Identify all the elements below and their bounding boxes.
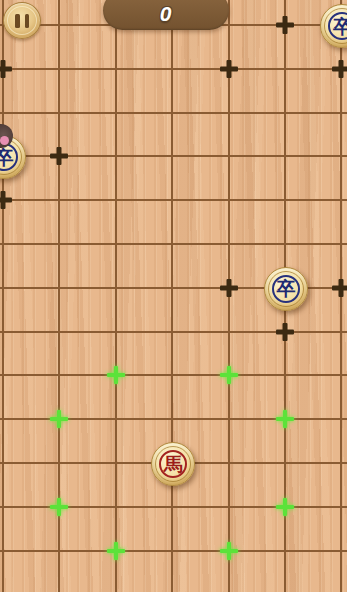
piece-character: 卒	[265, 268, 307, 310]
horse-move-target[interactable]	[275, 497, 295, 517]
soldier-move-marker	[275, 15, 295, 35]
grid-vertical-line	[2, 0, 4, 592]
black-soldier-1[interactable]: 卒	[320, 4, 347, 48]
soldier-move-marker	[275, 322, 295, 342]
horse-move-target[interactable]	[49, 409, 69, 429]
soldier-move-marker	[331, 278, 347, 298]
grid-horizontal-line	[0, 112, 347, 114]
grid-horizontal-line	[0, 550, 347, 552]
grid-horizontal-line	[0, 68, 347, 70]
soldier-move-marker	[331, 59, 347, 79]
soldier-move-marker	[0, 59, 13, 79]
horse-move-target[interactable]	[219, 365, 239, 385]
grid-horizontal-line	[0, 243, 347, 245]
pause-button[interactable]	[3, 2, 41, 39]
horse-move-target[interactable]	[106, 365, 126, 385]
score-pill: 0	[103, 0, 229, 30]
horse-move-target[interactable]	[106, 541, 126, 561]
grid-horizontal-line	[0, 374, 347, 376]
piece-character: 卒	[321, 5, 347, 47]
game-screen: 卒卒卒馬 0	[0, 0, 347, 592]
xiangqi-board[interactable]: 卒卒卒馬	[0, 0, 347, 592]
soldier-move-marker	[219, 278, 239, 298]
black-soldier-3[interactable]: 卒	[264, 267, 308, 311]
pause-button-ring	[7, 6, 37, 35]
grid-vertical-line	[115, 0, 117, 592]
horse-move-target[interactable]	[219, 541, 239, 561]
soldier-move-marker	[49, 146, 69, 166]
horse-move-target[interactable]	[49, 497, 69, 517]
piece-character: 馬	[152, 443, 194, 485]
soldier-move-marker	[219, 59, 239, 79]
red-horse[interactable]: 馬	[151, 442, 195, 486]
grid-vertical-line	[171, 0, 173, 592]
pink-highlight	[0, 136, 9, 145]
soldier-move-marker	[0, 190, 13, 210]
score-value: 0	[160, 2, 173, 26]
horse-move-target[interactable]	[275, 409, 295, 429]
grid-horizontal-line	[0, 199, 347, 201]
